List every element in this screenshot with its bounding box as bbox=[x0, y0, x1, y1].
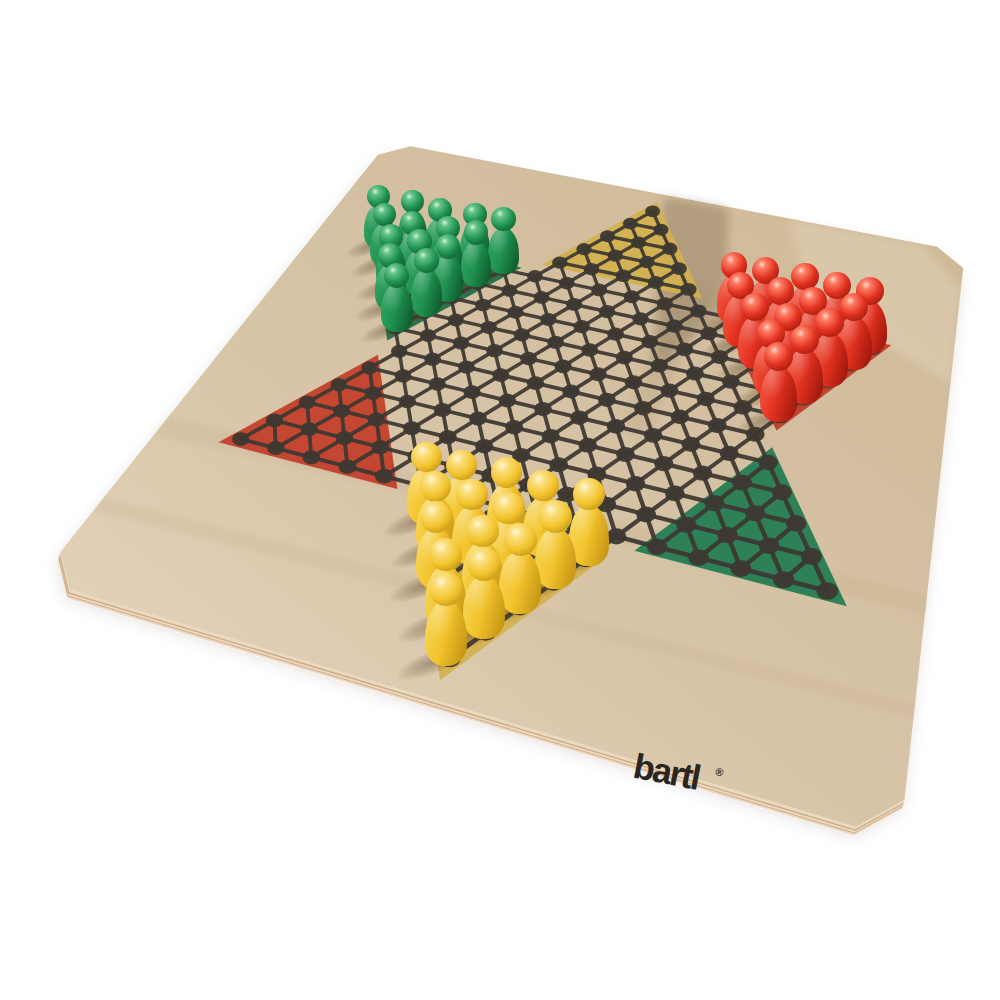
hole[interactable] bbox=[587, 467, 606, 482]
hole[interactable] bbox=[336, 431, 354, 445]
hole[interactable] bbox=[758, 319, 775, 333]
hole[interactable] bbox=[607, 327, 624, 340]
hole[interactable] bbox=[745, 505, 765, 521]
hole[interactable] bbox=[801, 548, 822, 565]
hole[interactable] bbox=[510, 599, 531, 616]
hole[interactable] bbox=[616, 447, 635, 462]
hole[interactable] bbox=[439, 650, 461, 667]
hole[interactable] bbox=[549, 457, 568, 472]
hole[interactable] bbox=[576, 243, 591, 255]
hole[interactable] bbox=[267, 441, 285, 455]
hole[interactable] bbox=[534, 402, 552, 416]
hole[interactable] bbox=[632, 312, 649, 325]
hole[interactable] bbox=[746, 427, 765, 442]
hole[interactable] bbox=[499, 394, 516, 408]
hole[interactable] bbox=[458, 360, 475, 373]
hole[interactable] bbox=[412, 478, 431, 493]
hole[interactable] bbox=[384, 299, 400, 311]
hole[interactable] bbox=[395, 369, 412, 382]
hole[interactable] bbox=[705, 495, 725, 511]
hole[interactable] bbox=[574, 320, 591, 333]
hole[interactable] bbox=[456, 519, 475, 535]
hole[interactable] bbox=[641, 335, 658, 349]
hole[interactable] bbox=[606, 528, 626, 544]
hole[interactable] bbox=[502, 563, 522, 579]
hole[interactable] bbox=[651, 359, 668, 373]
hole[interactable] bbox=[380, 278, 395, 290]
hole[interactable] bbox=[505, 420, 523, 434]
hole[interactable] bbox=[361, 361, 378, 374]
hole[interactable] bbox=[429, 377, 446, 391]
hole[interactable] bbox=[816, 582, 838, 599]
hole[interactable] bbox=[364, 386, 381, 400]
hole[interactable] bbox=[368, 413, 385, 427]
hole[interactable] bbox=[636, 507, 656, 523]
hole[interactable] bbox=[759, 455, 778, 470]
hole[interactable] bbox=[416, 306, 432, 319]
hole[interactable] bbox=[562, 384, 580, 398]
hole[interactable] bbox=[758, 383, 776, 397]
hole[interactable] bbox=[795, 391, 813, 406]
hole[interactable] bbox=[488, 498, 507, 513]
hole[interactable] bbox=[232, 432, 249, 446]
hole[interactable] bbox=[514, 328, 530, 341]
hole[interactable] bbox=[475, 299, 491, 312]
hole[interactable] bbox=[653, 224, 668, 236]
hole[interactable] bbox=[433, 612, 454, 629]
hole[interactable] bbox=[734, 400, 752, 415]
hole[interactable] bbox=[301, 422, 318, 436]
hole[interactable] bbox=[520, 352, 537, 365]
hole[interactable] bbox=[566, 518, 586, 534]
hole[interactable] bbox=[717, 527, 737, 543]
hole[interactable] bbox=[333, 404, 350, 418]
hole[interactable] bbox=[671, 262, 687, 275]
hole[interactable] bbox=[645, 205, 660, 217]
hole[interactable] bbox=[599, 305, 615, 318]
hole[interactable] bbox=[720, 446, 739, 461]
hole[interactable] bbox=[607, 419, 625, 434]
hole[interactable] bbox=[584, 263, 600, 275]
hole[interactable] bbox=[465, 257, 480, 269]
hole[interactable] bbox=[559, 277, 575, 290]
hole[interactable] bbox=[660, 383, 678, 397]
hole[interactable] bbox=[468, 587, 489, 603]
hole[interactable] bbox=[581, 343, 598, 357]
hole[interactable] bbox=[626, 476, 645, 491]
hole[interactable] bbox=[793, 326, 810, 340]
hole[interactable] bbox=[648, 276, 664, 289]
hole[interactable] bbox=[676, 517, 696, 533]
hole[interactable] bbox=[404, 244, 419, 256]
hole[interactable] bbox=[496, 264, 511, 276]
hole[interactable] bbox=[806, 349, 824, 363]
hole[interactable] bbox=[403, 421, 421, 435]
hole[interactable] bbox=[700, 327, 717, 341]
hole[interactable] bbox=[463, 385, 480, 399]
hole[interactable] bbox=[730, 560, 751, 577]
hole[interactable] bbox=[558, 487, 577, 502]
hole[interactable] bbox=[391, 345, 407, 358]
hole[interactable] bbox=[495, 530, 515, 546]
hole[interactable] bbox=[589, 367, 606, 381]
hole[interactable] bbox=[443, 292, 459, 305]
hole[interactable] bbox=[439, 430, 457, 444]
hole[interactable] bbox=[374, 238, 389, 250]
hole[interactable] bbox=[469, 412, 487, 426]
hole[interactable] bbox=[375, 469, 393, 484]
hole[interactable] bbox=[475, 624, 496, 641]
hole[interactable] bbox=[330, 378, 347, 391]
hole[interactable] bbox=[570, 411, 588, 425]
hole[interactable] bbox=[597, 497, 617, 513]
hole[interactable] bbox=[644, 428, 663, 443]
hole[interactable] bbox=[782, 366, 800, 380]
hole[interactable] bbox=[732, 475, 752, 491]
hole[interactable] bbox=[566, 298, 582, 311]
hole[interactable] bbox=[492, 368, 509, 382]
hole[interactable] bbox=[616, 269, 632, 282]
hole[interactable] bbox=[543, 574, 564, 591]
hole[interactable] bbox=[387, 322, 403, 335]
hole[interactable] bbox=[735, 334, 752, 348]
hole[interactable] bbox=[434, 251, 449, 263]
hole[interactable] bbox=[647, 539, 667, 555]
hole[interactable] bbox=[666, 319, 683, 332]
hole[interactable] bbox=[746, 358, 764, 372]
hole[interactable] bbox=[616, 351, 633, 365]
hole[interactable] bbox=[682, 437, 701, 452]
hole[interactable] bbox=[772, 484, 792, 500]
hole[interactable] bbox=[552, 256, 567, 268]
hole[interactable] bbox=[453, 336, 469, 349]
hole[interactable] bbox=[417, 509, 436, 524]
hole[interactable] bbox=[439, 271, 454, 283]
hole[interactable] bbox=[519, 477, 538, 492]
hole[interactable] bbox=[623, 218, 638, 230]
hole[interactable] bbox=[527, 270, 543, 282]
hole[interactable] bbox=[724, 311, 741, 324]
hole[interactable] bbox=[671, 409, 689, 424]
hole[interactable] bbox=[371, 440, 389, 454]
hole[interactable] bbox=[535, 540, 555, 556]
hole[interactable] bbox=[481, 321, 497, 334]
hole[interactable] bbox=[299, 396, 316, 410]
hole[interactable] bbox=[631, 236, 646, 248]
hole[interactable] bbox=[680, 283, 696, 296]
hole[interactable] bbox=[427, 576, 447, 592]
hole[interactable] bbox=[690, 304, 707, 317]
hole[interactable] bbox=[625, 375, 643, 389]
hole[interactable] bbox=[338, 459, 356, 473]
hole[interactable] bbox=[579, 438, 597, 453]
hole[interactable] bbox=[481, 468, 500, 483]
hole[interactable] bbox=[547, 336, 564, 349]
hole[interactable] bbox=[434, 403, 451, 417]
hole[interactable] bbox=[608, 249, 623, 261]
game-board: bartl® bbox=[0, 0, 1000, 1000]
board-photo-scene: bartl® bbox=[0, 0, 1000, 1000]
hole[interactable] bbox=[408, 264, 423, 276]
hole[interactable] bbox=[722, 374, 740, 388]
hole[interactable] bbox=[665, 486, 685, 502]
hole[interactable] bbox=[407, 449, 425, 463]
hole[interactable] bbox=[676, 342, 693, 356]
hole[interactable] bbox=[266, 414, 283, 428]
hole[interactable] bbox=[527, 508, 546, 524]
hole[interactable] bbox=[512, 448, 530, 463]
hole[interactable] bbox=[450, 488, 469, 503]
hole[interactable] bbox=[420, 329, 436, 342]
hole[interactable] bbox=[686, 366, 704, 380]
hole[interactable] bbox=[462, 552, 482, 568]
hole[interactable] bbox=[657, 297, 673, 310]
hole[interactable] bbox=[575, 551, 595, 567]
hole[interactable] bbox=[542, 429, 560, 444]
hole[interactable] bbox=[688, 549, 709, 566]
hole[interactable] bbox=[377, 258, 392, 270]
hole[interactable] bbox=[654, 456, 673, 471]
hole[interactable] bbox=[470, 277, 486, 289]
hole[interactable] bbox=[591, 284, 607, 297]
hole[interactable] bbox=[424, 353, 441, 366]
hole[interactable] bbox=[527, 376, 544, 390]
hole[interactable] bbox=[639, 256, 655, 268]
hole[interactable] bbox=[486, 344, 503, 357]
hole[interactable] bbox=[555, 359, 572, 373]
hole[interactable] bbox=[662, 243, 677, 255]
hole[interactable] bbox=[697, 392, 715, 406]
hole[interactable] bbox=[534, 291, 550, 304]
hole[interactable] bbox=[842, 357, 860, 371]
hole[interactable] bbox=[711, 350, 728, 364]
hole[interactable] bbox=[634, 401, 652, 415]
hole[interactable] bbox=[444, 458, 462, 473]
hole[interactable] bbox=[759, 537, 780, 554]
hole[interactable] bbox=[828, 333, 845, 347]
hole[interactable] bbox=[770, 342, 787, 356]
hole[interactable] bbox=[448, 314, 464, 327]
hole[interactable] bbox=[475, 439, 493, 454]
hole[interactable] bbox=[399, 395, 416, 409]
hole[interactable] bbox=[819, 374, 837, 389]
hole[interactable] bbox=[864, 341, 882, 355]
hole[interactable] bbox=[540, 313, 556, 326]
hole[interactable] bbox=[786, 515, 807, 531]
hole[interactable] bbox=[773, 571, 794, 588]
hole[interactable] bbox=[771, 408, 790, 423]
hole[interactable] bbox=[600, 230, 615, 242]
hole[interactable] bbox=[624, 290, 640, 303]
hole[interactable] bbox=[598, 393, 616, 407]
hole[interactable] bbox=[507, 306, 523, 319]
hole[interactable] bbox=[708, 418, 727, 433]
hole[interactable] bbox=[693, 465, 712, 480]
hole[interactable] bbox=[422, 542, 442, 558]
hole[interactable] bbox=[412, 285, 427, 297]
hole[interactable] bbox=[302, 450, 320, 464]
hole[interactable] bbox=[502, 284, 518, 297]
